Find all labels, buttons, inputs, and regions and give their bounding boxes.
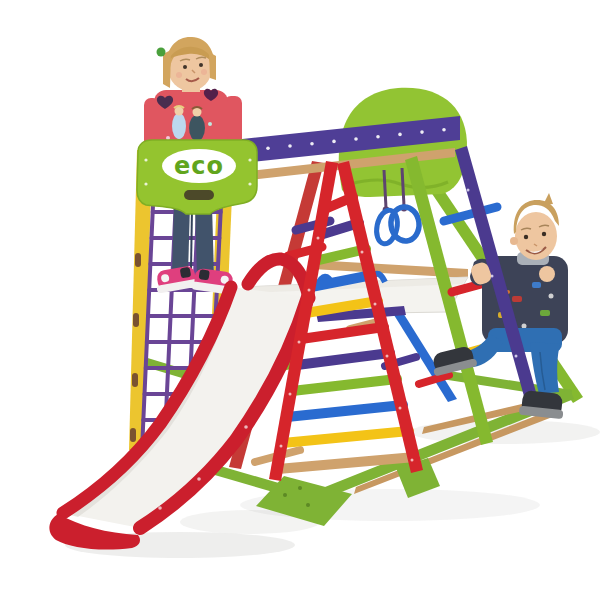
play-complex-scene: eco xyxy=(0,0,600,600)
eco-label: eco xyxy=(174,152,224,180)
eco-board: eco xyxy=(137,140,257,214)
hair-tie xyxy=(157,48,166,57)
boy-left-hand xyxy=(539,266,555,282)
handle-slot xyxy=(184,190,214,200)
girl-legs xyxy=(172,205,190,274)
product-photo: eco xyxy=(0,0,600,600)
